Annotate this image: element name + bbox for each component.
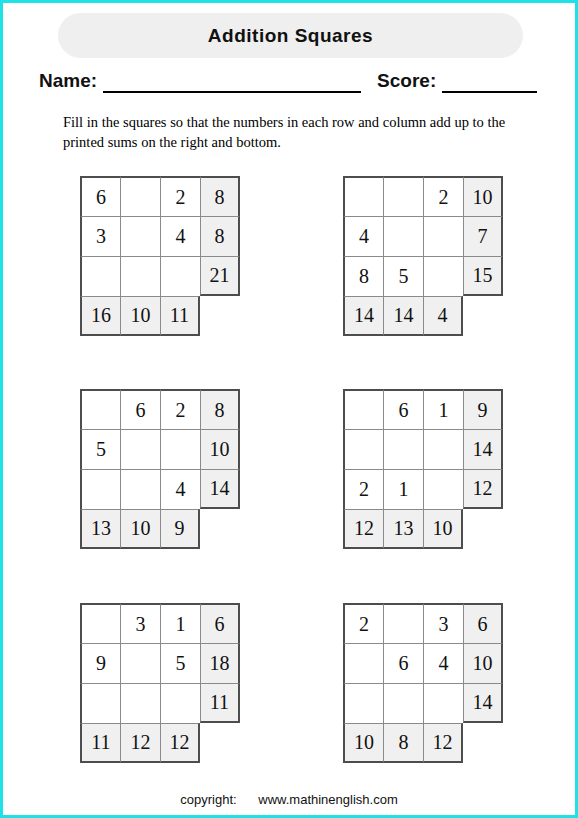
copyright-label: copyright: <box>180 792 236 807</box>
given-cell: 1 <box>423 389 463 429</box>
score-label: Score: <box>377 70 436 93</box>
col-sum-cell: 12 <box>423 723 463 763</box>
instructions-text: Fill in the squares so that the numbers … <box>63 113 521 152</box>
row-sum-cell: 9 <box>463 389 503 429</box>
empty-cell[interactable] <box>423 256 463 296</box>
row-sum-cell: 10 <box>463 176 503 216</box>
given-cell: 1 <box>160 603 200 643</box>
empty-cell[interactable] <box>80 603 120 643</box>
col-sum-cell: 10 <box>120 296 160 336</box>
worksheet-page: Addition Squares Name: Score: Fill in th… <box>0 0 578 818</box>
empty-cell[interactable] <box>343 176 383 216</box>
empty-cell[interactable] <box>383 176 423 216</box>
empty-cell[interactable] <box>120 429 160 469</box>
puzzle-grid-1: 62834821161011 <box>80 176 240 336</box>
row-sum-cell: 12 <box>463 469 503 509</box>
given-cell: 4 <box>423 643 463 683</box>
given-cell: 6 <box>120 389 160 429</box>
corner-gap <box>200 723 240 763</box>
given-cell: 2 <box>160 389 200 429</box>
row-sum-cell: 6 <box>463 603 503 643</box>
given-cell: 2 <box>343 469 383 509</box>
row-sum-cell: 10 <box>200 429 240 469</box>
given-cell: 1 <box>383 469 423 509</box>
name-input-line[interactable] <box>103 71 361 93</box>
given-cell: 2 <box>160 176 200 216</box>
empty-cell[interactable] <box>160 256 200 296</box>
empty-cell[interactable] <box>120 643 160 683</box>
given-cell: 5 <box>160 643 200 683</box>
empty-cell[interactable] <box>383 429 423 469</box>
row-sum-cell: 8 <box>200 176 240 216</box>
given-cell: 6 <box>383 643 423 683</box>
footer: copyright: www.mathinenglish.com <box>3 792 575 807</box>
col-sum-cell: 16 <box>80 296 120 336</box>
row-sum-cell: 14 <box>463 429 503 469</box>
given-cell: 4 <box>160 216 200 256</box>
row-sum-cell: 15 <box>463 256 503 296</box>
score-input-line[interactable] <box>442 71 537 93</box>
col-sum-cell: 8 <box>383 723 423 763</box>
given-cell: 5 <box>80 429 120 469</box>
page-title: Addition Squares <box>208 25 373 47</box>
puzzle-grid-5: 316951811111212 <box>80 603 240 763</box>
col-sum-cell: 12 <box>120 723 160 763</box>
row-sum-cell: 21 <box>200 256 240 296</box>
given-cell: 6 <box>383 389 423 429</box>
empty-cell[interactable] <box>343 429 383 469</box>
given-cell: 3 <box>423 603 463 643</box>
given-cell: 5 <box>383 256 423 296</box>
col-sum-cell: 10 <box>343 723 383 763</box>
row-sum-cell: 8 <box>200 216 240 256</box>
row-sum-cell: 11 <box>200 683 240 723</box>
given-cell: 8 <box>343 256 383 296</box>
col-sum-cell: 12 <box>343 509 383 549</box>
row-sum-cell: 14 <box>200 469 240 509</box>
empty-cell[interactable] <box>343 389 383 429</box>
col-sum-cell: 10 <box>423 509 463 549</box>
empty-cell[interactable] <box>120 256 160 296</box>
row-sum-cell: 8 <box>200 389 240 429</box>
empty-cell[interactable] <box>120 469 160 509</box>
empty-cell[interactable] <box>80 683 120 723</box>
col-sum-cell: 13 <box>80 509 120 549</box>
empty-cell[interactable] <box>120 683 160 723</box>
given-cell: 4 <box>343 216 383 256</box>
empty-cell[interactable] <box>160 429 200 469</box>
empty-cell[interactable] <box>80 469 120 509</box>
empty-cell[interactable] <box>80 256 120 296</box>
given-cell: 9 <box>80 643 120 683</box>
puzzle-grid-4: 619142112121310 <box>343 389 503 549</box>
row-sum-cell: 6 <box>200 603 240 643</box>
empty-cell[interactable] <box>160 683 200 723</box>
col-sum-cell: 14 <box>383 296 423 336</box>
corner-gap <box>200 509 240 549</box>
puzzle-grid-6: 23664101410812 <box>343 603 503 763</box>
col-sum-cell: 12 <box>160 723 200 763</box>
empty-cell[interactable] <box>343 643 383 683</box>
row-sum-cell: 7 <box>463 216 503 256</box>
col-sum-cell: 4 <box>423 296 463 336</box>
given-cell: 4 <box>160 469 200 509</box>
col-sum-cell: 13 <box>383 509 423 549</box>
corner-gap <box>200 296 240 336</box>
given-cell: 2 <box>343 603 383 643</box>
given-cell: 6 <box>80 176 120 216</box>
given-cell: 3 <box>120 603 160 643</box>
puzzle-grid-2: 21047851514144 <box>343 176 503 336</box>
empty-cell[interactable] <box>343 683 383 723</box>
empty-cell[interactable] <box>383 683 423 723</box>
corner-gap <box>463 723 503 763</box>
empty-cell[interactable] <box>383 603 423 643</box>
given-cell: 3 <box>80 216 120 256</box>
name-label: Name: <box>39 70 97 93</box>
col-sum-cell: 14 <box>343 296 383 336</box>
name-score-row: Name: Score: <box>39 63 545 93</box>
col-sum-cell: 10 <box>120 509 160 549</box>
empty-cell[interactable] <box>383 216 423 256</box>
empty-cell[interactable] <box>423 683 463 723</box>
col-sum-cell: 11 <box>160 296 200 336</box>
col-sum-cell: 9 <box>160 509 200 549</box>
col-sum-cell: 11 <box>80 723 120 763</box>
given-cell: 2 <box>423 176 463 216</box>
empty-cell[interactable] <box>423 216 463 256</box>
empty-cell[interactable] <box>120 176 160 216</box>
empty-cell[interactable] <box>120 216 160 256</box>
empty-cell[interactable] <box>423 469 463 509</box>
row-sum-cell: 14 <box>463 683 503 723</box>
empty-cell[interactable] <box>80 389 120 429</box>
row-sum-cell: 10 <box>463 643 503 683</box>
puzzle-grid-3: 62851041413109 <box>80 389 240 549</box>
site-url: www.mathinenglish.com <box>258 792 397 807</box>
empty-cell[interactable] <box>423 429 463 469</box>
title-banner: Addition Squares <box>58 13 523 58</box>
corner-gap <box>463 509 503 549</box>
corner-gap <box>463 296 503 336</box>
row-sum-cell: 18 <box>200 643 240 683</box>
